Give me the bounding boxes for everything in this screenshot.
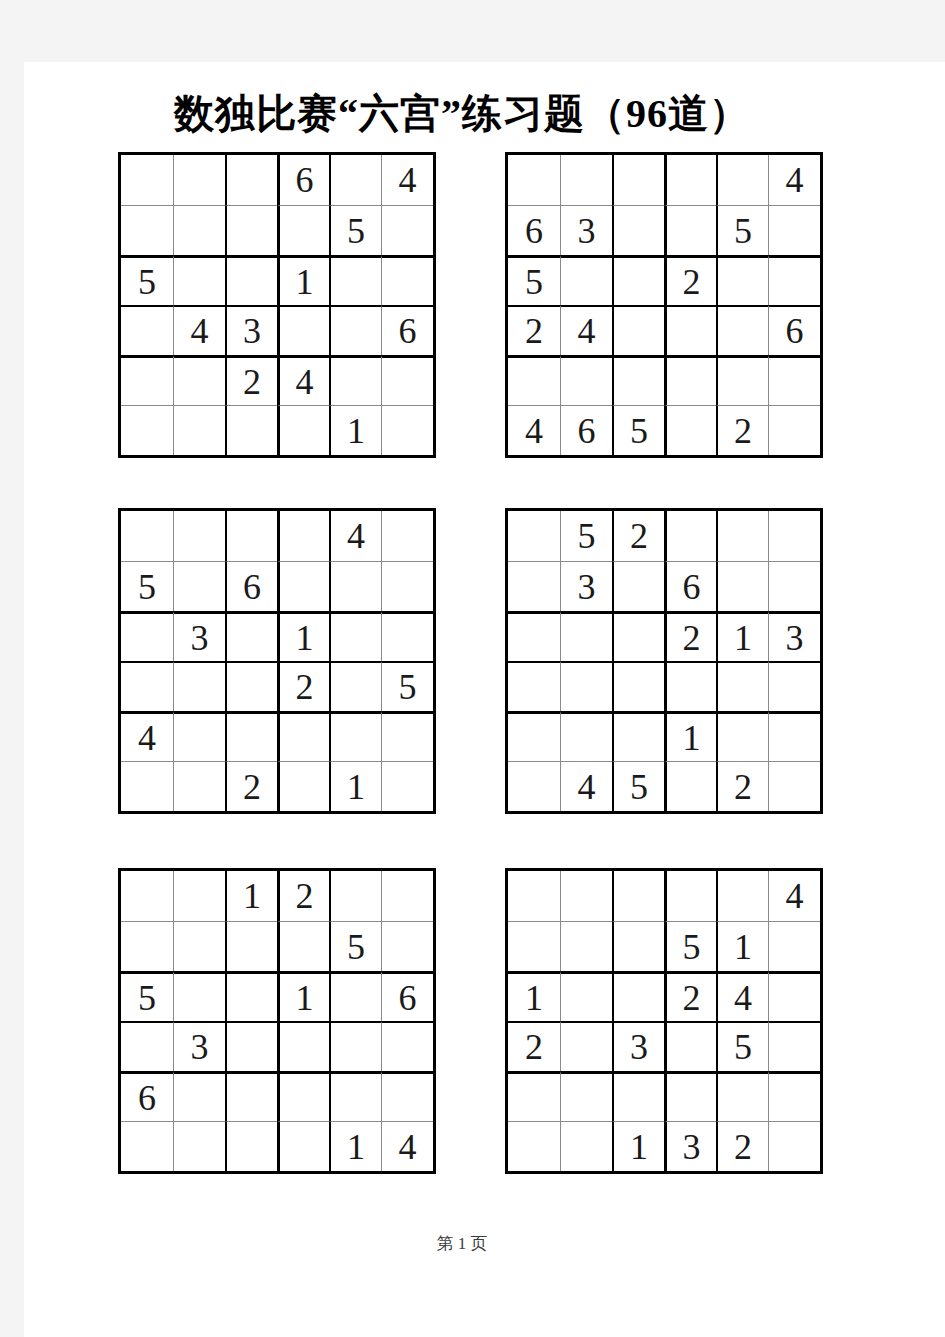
cell-r2c3 <box>612 205 664 255</box>
cell-r3c2 <box>560 255 612 305</box>
cell-r6c6 <box>768 761 820 811</box>
cell-r4c2: 4 <box>173 305 225 355</box>
cell-r4c3 <box>225 661 277 711</box>
cell-r2c6 <box>381 921 433 971</box>
cell-r1c4 <box>664 155 716 205</box>
cell-r2c1: 5 <box>121 561 173 611</box>
cell-r4c6: 6 <box>381 305 433 355</box>
sudoku-board-3: 4563125421 <box>118 508 436 814</box>
cell-r3c3 <box>225 255 277 305</box>
cell-r1c6: 4 <box>768 871 820 921</box>
cell-r6c4 <box>277 1121 329 1171</box>
cell-r6c5: 2 <box>716 405 768 455</box>
sudoku-board-1: 64551436241 <box>118 152 436 458</box>
cell-r2c5: 5 <box>329 205 381 255</box>
cell-r4c6 <box>768 1021 820 1071</box>
cell-r6c6 <box>381 405 433 455</box>
cell-r6c3: 1 <box>612 1121 664 1171</box>
cell-r4c4 <box>664 305 716 355</box>
cell-r6c5: 1 <box>329 761 381 811</box>
cell-r1c4: 6 <box>277 155 329 205</box>
cell-r2c5: 5 <box>329 921 381 971</box>
cell-r5c4 <box>277 711 329 761</box>
cell-r2c5: 5 <box>716 205 768 255</box>
cell-r3c2 <box>560 971 612 1021</box>
sudoku-board-4: 52362131452 <box>505 508 823 814</box>
cell-r1c6 <box>381 511 433 561</box>
cell-r4c3: 3 <box>225 305 277 355</box>
cell-r6c3: 5 <box>612 761 664 811</box>
cell-r5c2 <box>560 1071 612 1121</box>
cell-r4c4: 2 <box>277 661 329 711</box>
cell-r4c1 <box>508 661 560 711</box>
cell-r2c3 <box>612 921 664 971</box>
cell-r3c3 <box>612 611 664 661</box>
cell-r4c2: 4 <box>560 305 612 355</box>
cell-r6c1 <box>121 405 173 455</box>
cell-r4c5 <box>329 661 381 711</box>
cell-r6c3: 5 <box>612 405 664 455</box>
cell-r4c5 <box>716 661 768 711</box>
cell-r3c6 <box>768 255 820 305</box>
sudoku-board-6: 451124235132 <box>505 868 823 1174</box>
cell-r5c6 <box>381 1071 433 1121</box>
cell-r3c1: 5 <box>121 255 173 305</box>
cell-r4c4 <box>664 661 716 711</box>
cell-r5c3 <box>225 711 277 761</box>
cell-r1c1 <box>121 155 173 205</box>
cell-r2c5 <box>716 561 768 611</box>
cell-r1c1 <box>508 155 560 205</box>
cell-r2c6 <box>381 561 433 611</box>
cell-r5c3 <box>225 1071 277 1121</box>
cell-r5c1: 4 <box>121 711 173 761</box>
cell-r1c6 <box>768 511 820 561</box>
cell-r5c1 <box>121 355 173 405</box>
cell-r4c2 <box>560 661 612 711</box>
cell-r3c3 <box>225 611 277 661</box>
cell-r2c4 <box>664 205 716 255</box>
cell-r3c3 <box>612 255 664 305</box>
cell-r3c6: 6 <box>381 971 433 1021</box>
cell-r1c4 <box>664 511 716 561</box>
cell-r1c6 <box>381 871 433 921</box>
cell-r6c5: 1 <box>329 405 381 455</box>
cell-r4c5 <box>329 305 381 355</box>
cell-r2c1 <box>508 921 560 971</box>
cell-r6c4 <box>664 761 716 811</box>
cell-r2c3 <box>612 561 664 611</box>
cell-r1c1 <box>121 871 173 921</box>
cell-r6c1: 4 <box>508 405 560 455</box>
cell-r3c6: 3 <box>768 611 820 661</box>
cell-r4c4 <box>277 305 329 355</box>
cell-r4c1: 2 <box>508 1021 560 1071</box>
cell-r6c6 <box>381 761 433 811</box>
sudoku-board-5: 1255163614 <box>118 868 436 1174</box>
cell-r6c5: 2 <box>716 1121 768 1171</box>
cell-r5c1 <box>508 711 560 761</box>
cell-r5c2 <box>173 1071 225 1121</box>
cell-r5c2 <box>560 711 612 761</box>
cell-r1c5 <box>329 155 381 205</box>
cell-r5c6 <box>381 355 433 405</box>
cell-r5c5 <box>716 355 768 405</box>
cell-r1c3 <box>612 871 664 921</box>
cell-r5c1 <box>508 1071 560 1121</box>
cell-r1c1 <box>508 511 560 561</box>
cell-r6c3 <box>225 405 277 455</box>
cell-r4c6 <box>381 1021 433 1071</box>
cell-r4c5 <box>716 305 768 355</box>
cell-r2c5: 1 <box>716 921 768 971</box>
cell-r2c2 <box>173 205 225 255</box>
cell-r1c2 <box>173 871 225 921</box>
cell-r3c1: 5 <box>121 971 173 1021</box>
cell-r1c4 <box>277 511 329 561</box>
cell-r3c5: 1 <box>716 611 768 661</box>
cell-r4c6: 6 <box>768 305 820 355</box>
cell-r6c5: 1 <box>329 1121 381 1171</box>
cell-r1c5 <box>329 871 381 921</box>
cell-r3c3 <box>225 971 277 1021</box>
cell-r4c2 <box>560 1021 612 1071</box>
cell-r3c5: 4 <box>716 971 768 1021</box>
cell-r5c5 <box>716 711 768 761</box>
cell-r1c1 <box>508 871 560 921</box>
cell-r5c1: 6 <box>121 1071 173 1121</box>
sudoku-board-2: 4635522464652 <box>505 152 823 458</box>
cell-r5c6 <box>768 355 820 405</box>
cell-r1c6: 4 <box>381 155 433 205</box>
cell-r6c6 <box>768 405 820 455</box>
cell-r2c6 <box>381 205 433 255</box>
cell-r5c6 <box>381 711 433 761</box>
cell-r4c5 <box>329 1021 381 1071</box>
cell-r6c3 <box>225 1121 277 1171</box>
cell-r3c6 <box>768 971 820 1021</box>
cell-r4c1 <box>121 1021 173 1071</box>
cell-r1c1 <box>121 511 173 561</box>
cell-r3c1 <box>121 611 173 661</box>
cell-r1c3: 2 <box>612 511 664 561</box>
cell-r1c6: 4 <box>768 155 820 205</box>
cell-r6c1 <box>121 761 173 811</box>
cell-r3c2 <box>173 971 225 1021</box>
cell-r4c5: 5 <box>716 1021 768 1071</box>
cell-r4c2: 3 <box>173 1021 225 1071</box>
cell-r5c1 <box>508 355 560 405</box>
cell-r2c2 <box>560 921 612 971</box>
cell-r2c4: 5 <box>664 921 716 971</box>
cell-r4c1 <box>121 305 173 355</box>
cell-r3c4: 2 <box>664 611 716 661</box>
worksheet-page: 数独比赛“六宫”练习题（96道） 64551436241 46355224646… <box>24 62 945 1337</box>
page-title: 数独比赛“六宫”练习题（96道） <box>24 90 900 138</box>
cell-r1c5 <box>716 155 768 205</box>
cell-r4c3 <box>612 661 664 711</box>
cell-r5c2 <box>173 711 225 761</box>
cell-r3c2 <box>560 611 612 661</box>
cell-r3c4: 1 <box>277 255 329 305</box>
cell-r4c4 <box>664 1021 716 1071</box>
cell-r5c4: 4 <box>277 355 329 405</box>
cell-r3c1: 5 <box>508 255 560 305</box>
cell-r2c4 <box>277 561 329 611</box>
cell-r2c2 <box>173 921 225 971</box>
cell-r3c4: 2 <box>664 255 716 305</box>
cell-r2c1 <box>121 205 173 255</box>
cell-r3c5 <box>716 255 768 305</box>
cell-r5c4 <box>664 355 716 405</box>
cell-r5c4 <box>277 1071 329 1121</box>
cell-r6c5: 2 <box>716 761 768 811</box>
cell-r2c4 <box>277 205 329 255</box>
cell-r5c2 <box>560 355 612 405</box>
cell-r3c1 <box>508 611 560 661</box>
cell-r6c1 <box>508 1121 560 1171</box>
cell-r1c3 <box>225 155 277 205</box>
cell-r3c5 <box>329 611 381 661</box>
cell-r1c2 <box>173 511 225 561</box>
cell-r2c3: 6 <box>225 561 277 611</box>
cell-r3c4: 2 <box>664 971 716 1021</box>
cell-r6c1 <box>121 1121 173 1171</box>
cell-r5c5 <box>329 711 381 761</box>
cell-r1c3 <box>612 155 664 205</box>
cell-r5c3 <box>612 355 664 405</box>
cell-r6c6 <box>768 1121 820 1171</box>
cell-r6c2: 4 <box>560 761 612 811</box>
cell-r2c6 <box>768 561 820 611</box>
cell-r1c4: 2 <box>277 871 329 921</box>
cell-r3c1: 1 <box>508 971 560 1021</box>
cell-r6c4 <box>277 405 329 455</box>
cell-r5c3: 2 <box>225 355 277 405</box>
cell-r5c4: 1 <box>664 711 716 761</box>
cell-r6c2: 6 <box>560 405 612 455</box>
cell-r3c4: 1 <box>277 971 329 1021</box>
cell-r1c5 <box>716 511 768 561</box>
cell-r3c6 <box>381 611 433 661</box>
cell-r4c3 <box>225 1021 277 1071</box>
cell-r3c2: 3 <box>173 611 225 661</box>
cell-r2c1 <box>508 561 560 611</box>
cell-r6c2 <box>560 1121 612 1171</box>
cell-r5c3 <box>612 711 664 761</box>
cell-r3c2 <box>173 255 225 305</box>
cell-r6c3: 2 <box>225 761 277 811</box>
cell-r2c3 <box>225 921 277 971</box>
cell-r4c3 <box>612 305 664 355</box>
cell-r2c2 <box>173 561 225 611</box>
cell-r2c2: 3 <box>560 561 612 611</box>
cell-r1c2 <box>173 155 225 205</box>
cell-r2c5 <box>329 561 381 611</box>
cell-r6c4 <box>664 405 716 455</box>
cell-r1c5 <box>716 871 768 921</box>
cell-r2c4: 6 <box>664 561 716 611</box>
cell-r6c2 <box>173 405 225 455</box>
cell-r6c4: 3 <box>664 1121 716 1171</box>
cell-r3c5 <box>329 255 381 305</box>
cell-r4c6: 5 <box>381 661 433 711</box>
cell-r5c2 <box>173 355 225 405</box>
cell-r6c1 <box>508 761 560 811</box>
cell-r2c3 <box>225 205 277 255</box>
cell-r5c5 <box>329 355 381 405</box>
cell-r3c6 <box>381 255 433 305</box>
cell-r1c2 <box>560 155 612 205</box>
cell-r1c4 <box>664 871 716 921</box>
cell-r4c6 <box>768 661 820 711</box>
cell-r5c4 <box>664 1071 716 1121</box>
cell-r6c2 <box>173 761 225 811</box>
cell-r4c2 <box>173 661 225 711</box>
cell-r2c4 <box>277 921 329 971</box>
cell-r2c6 <box>768 921 820 971</box>
cell-r6c6: 4 <box>381 1121 433 1171</box>
page-number: 第 1 页 <box>24 1232 900 1255</box>
cell-r1c3: 1 <box>225 871 277 921</box>
cell-r2c6 <box>768 205 820 255</box>
cell-r5c6 <box>768 1071 820 1121</box>
cell-r4c1 <box>121 661 173 711</box>
cell-r2c1: 6 <box>508 205 560 255</box>
cell-r5c5 <box>716 1071 768 1121</box>
cell-r6c4 <box>277 761 329 811</box>
cell-r1c3 <box>225 511 277 561</box>
cell-r2c2: 3 <box>560 205 612 255</box>
cell-r1c5: 4 <box>329 511 381 561</box>
cell-r4c3: 3 <box>612 1021 664 1071</box>
cell-r6c2 <box>173 1121 225 1171</box>
cell-r5c3 <box>612 1071 664 1121</box>
cell-r3c5 <box>329 971 381 1021</box>
cell-r4c1: 2 <box>508 305 560 355</box>
cell-r5c6 <box>768 711 820 761</box>
cell-r1c2 <box>560 871 612 921</box>
document-viewer: { "game": "sudoku-6x6 (六宫格, 2-row x 3-co… <box>0 0 945 1337</box>
cell-r3c4: 1 <box>277 611 329 661</box>
cell-r1c2: 5 <box>560 511 612 561</box>
cell-r4c4 <box>277 1021 329 1071</box>
cell-r3c3 <box>612 971 664 1021</box>
cell-r5c5 <box>329 1071 381 1121</box>
cell-r2c1 <box>121 921 173 971</box>
